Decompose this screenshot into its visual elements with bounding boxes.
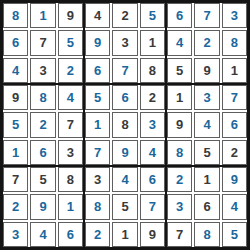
cell-r6c9[interactable]: 2: [222, 140, 247, 165]
cell-r6c5[interactable]: 9: [112, 140, 137, 165]
cell-r1c5[interactable]: 2: [112, 3, 137, 28]
cell-r7c8[interactable]: 1: [194, 167, 219, 192]
cell-r5c1[interactable]: 5: [3, 112, 28, 137]
box-3: 673428591: [167, 3, 247, 83]
cell-r2c7[interactable]: 4: [167, 30, 192, 55]
cell-r6c8[interactable]: 5: [194, 140, 219, 165]
cell-r7c1[interactable]: 7: [3, 167, 28, 192]
cell-r9c6[interactable]: 9: [140, 222, 165, 247]
cell-r2c4[interactable]: 9: [85, 30, 110, 55]
box-1: 819675432: [3, 3, 83, 83]
cell-r1c9[interactable]: 3: [222, 3, 247, 28]
cell-r1c8[interactable]: 7: [194, 3, 219, 28]
box-2: 425931678: [85, 3, 165, 83]
cell-r3c1[interactable]: 4: [3, 58, 28, 83]
cell-r3c7[interactable]: 5: [167, 58, 192, 83]
cell-r2c6[interactable]: 1: [140, 30, 165, 55]
cell-r7c6[interactable]: 6: [140, 167, 165, 192]
cell-r5c4[interactable]: 1: [85, 112, 110, 137]
cell-r2c2[interactable]: 7: [30, 30, 55, 55]
cell-r1c7[interactable]: 6: [167, 3, 192, 28]
box-5: 562183794: [85, 85, 165, 165]
cell-r7c9[interactable]: 9: [222, 167, 247, 192]
cell-r4c9[interactable]: 7: [222, 85, 247, 110]
cell-r9c8[interactable]: 8: [194, 222, 219, 247]
cell-r2c9[interactable]: 8: [222, 30, 247, 55]
cell-r3c2[interactable]: 3: [30, 58, 55, 83]
cell-r3c6[interactable]: 8: [140, 58, 165, 83]
cell-r9c2[interactable]: 4: [30, 222, 55, 247]
cell-r5c8[interactable]: 4: [194, 112, 219, 137]
cell-r3c8[interactable]: 9: [194, 58, 219, 83]
cell-r6c3[interactable]: 3: [58, 140, 83, 165]
cell-r2c5[interactable]: 3: [112, 30, 137, 55]
cell-r8c4[interactable]: 8: [85, 194, 110, 219]
cell-r1c1[interactable]: 8: [3, 3, 28, 28]
cell-r6c7[interactable]: 8: [167, 140, 192, 165]
cell-r9c7[interactable]: 7: [167, 222, 192, 247]
cell-r4c3[interactable]: 4: [58, 85, 83, 110]
box-8: 346857219: [85, 167, 165, 247]
cell-r8c3[interactable]: 1: [58, 194, 83, 219]
box-4: 984527163: [3, 85, 83, 165]
cell-r5c3[interactable]: 7: [58, 112, 83, 137]
cell-r9c4[interactable]: 2: [85, 222, 110, 247]
cell-r7c2[interactable]: 5: [30, 167, 55, 192]
cell-r5c7[interactable]: 9: [167, 112, 192, 137]
cell-r5c5[interactable]: 8: [112, 112, 137, 137]
cell-r3c9[interactable]: 1: [222, 58, 247, 83]
box-7: 758291346: [3, 167, 83, 247]
cell-r8c2[interactable]: 9: [30, 194, 55, 219]
cell-r8c1[interactable]: 2: [3, 194, 28, 219]
cell-r4c6[interactable]: 2: [140, 85, 165, 110]
cell-r8c6[interactable]: 7: [140, 194, 165, 219]
cell-r9c1[interactable]: 3: [3, 222, 28, 247]
cell-r8c7[interactable]: 3: [167, 194, 192, 219]
cell-r2c8[interactable]: 2: [194, 30, 219, 55]
cell-r6c2[interactable]: 6: [30, 140, 55, 165]
cell-r7c4[interactable]: 3: [85, 167, 110, 192]
cell-r1c2[interactable]: 1: [30, 3, 55, 28]
cell-r5c2[interactable]: 2: [30, 112, 55, 137]
cell-r8c9[interactable]: 4: [222, 194, 247, 219]
cell-r6c6[interactable]: 4: [140, 140, 165, 165]
cell-r1c6[interactable]: 5: [140, 3, 165, 28]
cell-r6c4[interactable]: 7: [85, 140, 110, 165]
cell-r4c8[interactable]: 3: [194, 85, 219, 110]
cell-r8c5[interactable]: 5: [112, 194, 137, 219]
cell-r3c4[interactable]: 6: [85, 58, 110, 83]
box-6: 137946852: [167, 85, 247, 165]
cell-r4c2[interactable]: 8: [30, 85, 55, 110]
cell-r7c5[interactable]: 4: [112, 167, 137, 192]
cell-r3c5[interactable]: 7: [112, 58, 137, 83]
cell-r1c4[interactable]: 4: [85, 3, 110, 28]
cell-r6c1[interactable]: 1: [3, 140, 28, 165]
cell-r4c4[interactable]: 5: [85, 85, 110, 110]
cell-r2c3[interactable]: 5: [58, 30, 83, 55]
cell-r5c9[interactable]: 6: [222, 112, 247, 137]
cell-r7c7[interactable]: 2: [167, 167, 192, 192]
cell-r4c7[interactable]: 1: [167, 85, 192, 110]
cell-r9c9[interactable]: 5: [222, 222, 247, 247]
cell-r2c1[interactable]: 6: [3, 30, 28, 55]
sudoku-board: 8196754324259316786734285919845271635621…: [0, 0, 250, 250]
cell-r5c6[interactable]: 3: [140, 112, 165, 137]
cell-r1c3[interactable]: 9: [58, 3, 83, 28]
box-9: 219364785: [167, 167, 247, 247]
cell-r4c5[interactable]: 6: [112, 85, 137, 110]
cell-r8c8[interactable]: 6: [194, 194, 219, 219]
cell-r9c5[interactable]: 1: [112, 222, 137, 247]
cell-r9c3[interactable]: 6: [58, 222, 83, 247]
cell-r4c1[interactable]: 9: [3, 85, 28, 110]
cell-r3c3[interactable]: 2: [58, 58, 83, 83]
cell-r7c3[interactable]: 8: [58, 167, 83, 192]
